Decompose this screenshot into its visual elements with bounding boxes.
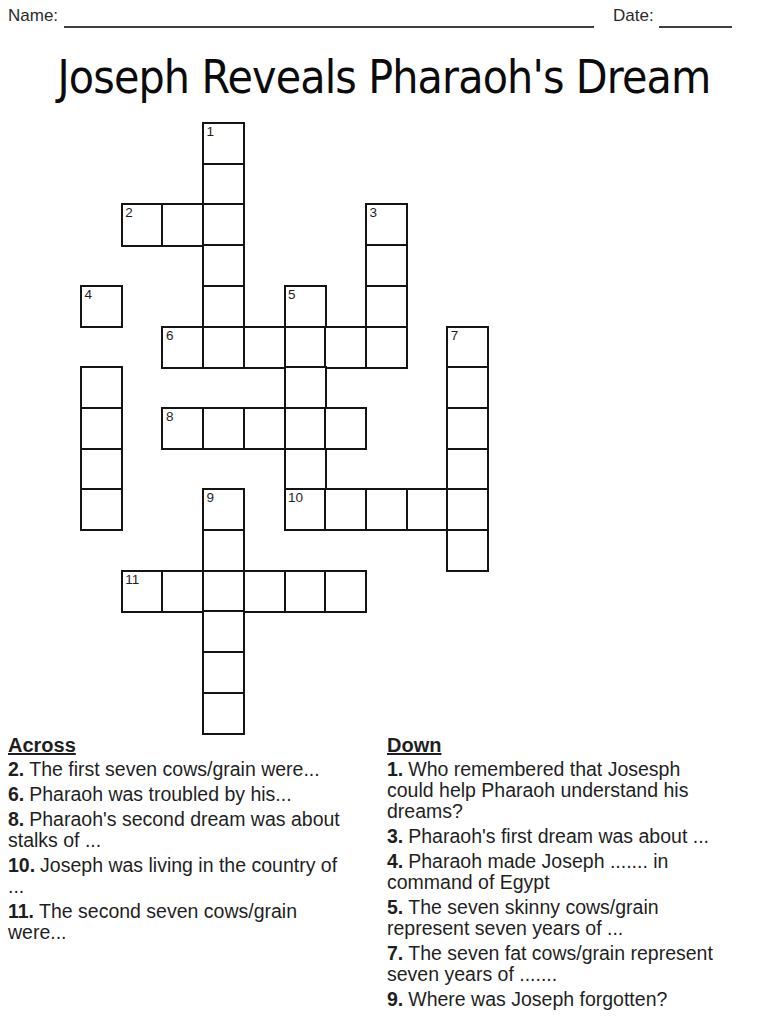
grid-cell[interactable] [284,407,327,450]
down-clues-section: Down 1.Who remembered that Josesph could… [387,735,731,1014]
clue-number: 5. [387,896,403,918]
clue-text: The seven fat cows/grain represent seven… [387,942,713,985]
grid-cell[interactable]: 6 [161,326,204,369]
worksheet-page: Name: Date: Joseph Reveals Pharaoh's Dre… [0,0,768,1019]
grid-cell[interactable] [284,366,327,409]
clue-down-3: 3.Pharaoh's first dream was about ... [387,826,731,847]
grid-cell[interactable] [446,366,489,409]
cell-number: 3 [369,205,377,220]
clue-across-8: 8.Pharaoh's second dream was about stalk… [8,809,358,851]
grid-cell[interactable] [365,326,408,369]
grid-cell[interactable] [284,326,327,369]
clue-number: 4. [387,850,403,872]
grid-cell[interactable] [243,570,286,613]
clue-number: 3. [387,825,403,847]
clue-down-1: 1.Who remembered that Josesph could help… [387,759,731,822]
grid-cell[interactable] [202,529,245,572]
grid-cell[interactable]: 7 [446,326,489,369]
grid-cell[interactable] [324,326,367,369]
date-input-line[interactable] [659,4,732,28]
grid-cell[interactable] [202,610,245,653]
clue-number: 10. [8,854,35,876]
grid-cell[interactable] [284,448,327,491]
clue-text: Pharaoh made Joseph ....... in command o… [387,850,668,893]
clue-down-7: 7.The seven fat cows/grain represent sev… [387,943,731,985]
clue-down-5: 5.The seven skinny cows/grain represent … [387,897,731,939]
grid-cell[interactable] [243,326,286,369]
across-clues-section: Across 2.The first seven cows/grain were… [8,735,358,947]
grid-cell[interactable] [202,285,245,328]
grid-cell[interactable] [202,651,245,694]
cell-number: 5 [288,287,296,302]
grid-cell[interactable] [243,407,286,450]
puzzle-title: Joseph Reveals Pharaoh's Dream [46,49,722,104]
grid-cell[interactable]: 11 [121,570,164,613]
down-heading: Down [387,735,731,756]
clue-text: Pharaoh's first dream was about ... [408,825,709,847]
grid-cell[interactable]: 4 [80,285,123,328]
grid-cell[interactable] [406,488,449,531]
clue-down-4: 4.Pharaoh made Joseph ....... in command… [387,851,731,893]
grid-cell[interactable] [446,529,489,572]
grid-cell[interactable] [80,488,123,531]
cell-number: 7 [451,328,459,343]
clue-text: The seven skinny cows/grain represent se… [387,896,659,939]
clue-number: 6. [8,783,24,805]
clue-text: The first seven cows/grain were... [29,758,319,780]
grid-cell[interactable]: 2 [121,203,164,246]
grid-cell[interactable]: 5 [284,285,327,328]
clue-text: Who remembered that Josesph could help P… [387,758,688,822]
grid-cell[interactable] [365,244,408,287]
grid-cell[interactable]: 3 [365,203,408,246]
grid-cell[interactable]: 9 [202,488,245,531]
clue-text: The second seven cows/grain were... [8,900,297,943]
clue-text: Joseph was living in the country of ... [8,854,337,897]
clue-across-6: 6.Pharaoh was troubled by his... [8,784,358,805]
grid-cell[interactable] [80,366,123,409]
cell-number: 6 [166,328,174,343]
grid-cell[interactable] [202,326,245,369]
grid-cell[interactable] [161,203,204,246]
cell-number: 9 [207,490,215,505]
clue-across-11: 11.The second seven cows/grain were... [8,901,358,943]
cell-number: 11 [125,572,139,587]
grid-cell[interactable]: 10 [284,488,327,531]
name-label: Name: [8,6,58,26]
grid-cell[interactable] [324,488,367,531]
cell-number: 8 [166,409,174,424]
grid-cell[interactable] [324,407,367,450]
grid-cell[interactable]: 8 [161,407,204,450]
clue-number: 8. [8,808,24,830]
grid-cell[interactable] [202,692,245,735]
grid-cell[interactable] [446,448,489,491]
grid-cell[interactable] [202,203,245,246]
cell-number: 4 [85,287,93,302]
date-label: Date: [613,6,654,26]
clue-across-2: 2.The first seven cows/grain were... [8,759,358,780]
grid-cell[interactable] [446,407,489,450]
name-input-line[interactable] [64,4,594,28]
clue-number: 7. [387,942,403,964]
grid-cell[interactable] [202,244,245,287]
across-heading: Across [8,735,358,756]
grid-cell[interactable]: 1 [202,122,245,165]
clue-text: Where was Joseph forgotten? [408,988,667,1010]
grid-cell[interactable] [161,570,204,613]
clue-text: Pharaoh was troubled by his... [29,783,291,805]
clue-across-10: 10.Joseph was living in the country of .… [8,855,358,897]
clue-number: 1. [387,758,403,780]
clue-number: 2. [8,758,24,780]
grid-cell[interactable] [80,407,123,450]
clue-number: 9. [387,988,403,1010]
clue-number: 11. [8,900,34,922]
grid-cell[interactable] [324,570,367,613]
cell-number: 2 [125,205,133,220]
grid-cell[interactable] [365,488,408,531]
clue-text: Pharaoh's second dream was about stalks … [8,808,340,851]
grid-cell[interactable] [446,488,489,531]
grid-cell[interactable] [202,407,245,450]
grid-cell[interactable] [80,448,123,491]
grid-cell[interactable] [284,570,327,613]
cell-number: 1 [207,124,215,139]
clue-down-9: 9.Where was Joseph forgotten? [387,989,731,1010]
grid-cell[interactable] [365,285,408,328]
cell-number: 10 [288,490,303,505]
grid-cell[interactable] [202,570,245,613]
grid-cell[interactable] [202,163,245,206]
